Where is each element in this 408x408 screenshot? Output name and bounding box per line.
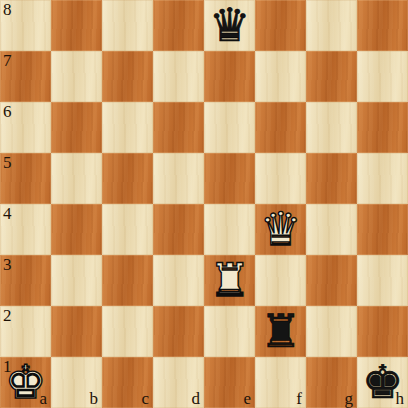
piece-white-rook[interactable]: ♜ <box>204 255 255 306</box>
square-e7[interactable] <box>204 51 255 102</box>
square-g4[interactable] <box>306 204 357 255</box>
square-c8[interactable] <box>102 0 153 51</box>
rank-label-5: 5 <box>3 153 12 173</box>
square-a1[interactable]: ♚1a <box>0 357 51 408</box>
square-h1[interactable]: ♚h <box>357 357 408 408</box>
square-d6[interactable] <box>153 102 204 153</box>
square-f3[interactable] <box>255 255 306 306</box>
square-e2[interactable] <box>204 306 255 357</box>
square-h7[interactable] <box>357 51 408 102</box>
square-c5[interactable] <box>102 153 153 204</box>
square-a2[interactable]: 2 <box>0 306 51 357</box>
piece-black-queen[interactable]: ♛ <box>204 0 255 51</box>
file-label-g: g <box>345 389 354 408</box>
chess-board: 8♛7654♛3♜2♜♚1abcdefg♚h <box>0 0 408 408</box>
square-h5[interactable] <box>357 153 408 204</box>
square-b1[interactable]: b <box>51 357 102 408</box>
square-a8[interactable]: 8 <box>0 0 51 51</box>
piece-black-rook[interactable]: ♜ <box>255 306 306 357</box>
square-h4[interactable] <box>357 204 408 255</box>
square-c6[interactable] <box>102 102 153 153</box>
square-h8[interactable] <box>357 0 408 51</box>
square-d5[interactable] <box>153 153 204 204</box>
piece-white-queen[interactable]: ♛ <box>255 204 306 255</box>
square-a6[interactable]: 6 <box>0 102 51 153</box>
square-e3[interactable]: ♜ <box>204 255 255 306</box>
square-h2[interactable] <box>357 306 408 357</box>
square-g3[interactable] <box>306 255 357 306</box>
square-e8[interactable]: ♛ <box>204 0 255 51</box>
square-d1[interactable]: d <box>153 357 204 408</box>
square-e6[interactable] <box>204 102 255 153</box>
square-h6[interactable] <box>357 102 408 153</box>
square-d8[interactable] <box>153 0 204 51</box>
square-f8[interactable] <box>255 0 306 51</box>
rank-label-1: 1 <box>3 357 12 377</box>
square-c2[interactable] <box>102 306 153 357</box>
rank-label-4: 4 <box>3 204 12 224</box>
square-h3[interactable] <box>357 255 408 306</box>
square-e1[interactable]: e <box>204 357 255 408</box>
square-b3[interactable] <box>51 255 102 306</box>
file-label-h: h <box>396 389 405 408</box>
file-label-d: d <box>192 389 201 408</box>
square-d4[interactable] <box>153 204 204 255</box>
square-f5[interactable] <box>255 153 306 204</box>
square-d7[interactable] <box>153 51 204 102</box>
square-g7[interactable] <box>306 51 357 102</box>
square-e5[interactable] <box>204 153 255 204</box>
square-g2[interactable] <box>306 306 357 357</box>
square-c7[interactable] <box>102 51 153 102</box>
square-a5[interactable]: 5 <box>0 153 51 204</box>
square-b4[interactable] <box>51 204 102 255</box>
square-b5[interactable] <box>51 153 102 204</box>
rank-label-6: 6 <box>3 102 12 122</box>
file-label-e: e <box>243 389 251 408</box>
square-b6[interactable] <box>51 102 102 153</box>
file-label-a: a <box>39 389 47 408</box>
square-g5[interactable] <box>306 153 357 204</box>
square-g6[interactable] <box>306 102 357 153</box>
square-b8[interactable] <box>51 0 102 51</box>
square-g8[interactable] <box>306 0 357 51</box>
square-c4[interactable] <box>102 204 153 255</box>
square-f6[interactable] <box>255 102 306 153</box>
square-a3[interactable]: 3 <box>0 255 51 306</box>
rank-label-8: 8 <box>3 0 12 20</box>
rank-label-3: 3 <box>3 255 12 275</box>
square-g1[interactable]: g <box>306 357 357 408</box>
square-d2[interactable] <box>153 306 204 357</box>
square-a4[interactable]: 4 <box>0 204 51 255</box>
square-f7[interactable] <box>255 51 306 102</box>
square-b2[interactable] <box>51 306 102 357</box>
square-e4[interactable] <box>204 204 255 255</box>
square-c1[interactable]: c <box>102 357 153 408</box>
square-c3[interactable] <box>102 255 153 306</box>
square-d3[interactable] <box>153 255 204 306</box>
square-f4[interactable]: ♛ <box>255 204 306 255</box>
file-label-c: c <box>141 389 149 408</box>
square-f2[interactable]: ♜ <box>255 306 306 357</box>
rank-label-2: 2 <box>3 306 12 326</box>
file-label-b: b <box>90 389 99 408</box>
square-f1[interactable]: f <box>255 357 306 408</box>
file-label-f: f <box>296 389 302 408</box>
square-b7[interactable] <box>51 51 102 102</box>
square-a7[interactable]: 7 <box>0 51 51 102</box>
rank-label-7: 7 <box>3 51 12 71</box>
